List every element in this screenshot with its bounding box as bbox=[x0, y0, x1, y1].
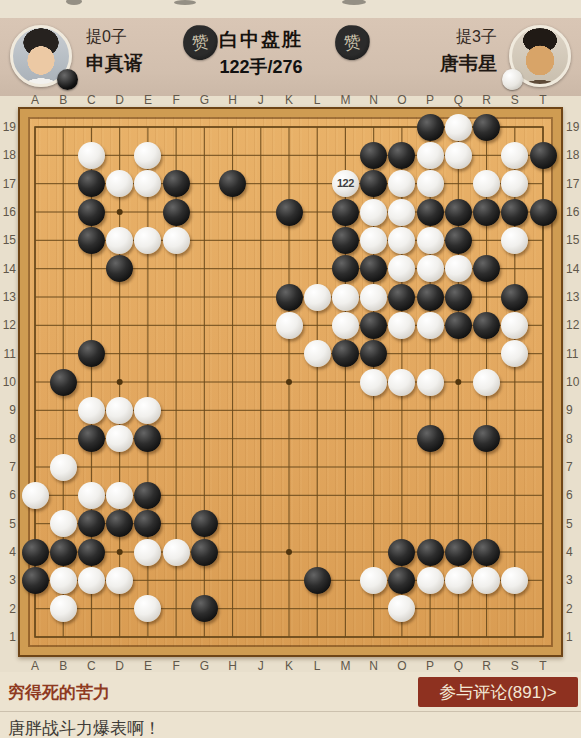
stone-black bbox=[501, 199, 528, 226]
row-label: 6 bbox=[0, 488, 16, 502]
game-result: 白中盘胜 bbox=[200, 27, 322, 53]
stone-white bbox=[78, 482, 105, 509]
stone-black bbox=[445, 199, 472, 226]
row-label: 1 bbox=[0, 630, 16, 644]
star-point bbox=[117, 209, 123, 215]
column-label: T bbox=[535, 93, 551, 107]
column-label: D bbox=[112, 659, 128, 673]
stone-white bbox=[134, 397, 161, 424]
column-label: C bbox=[83, 659, 99, 673]
stone-black bbox=[78, 425, 105, 452]
match-header: 提0子 申真谞 赞 白中盘胜 122手/276 赞 提3子 唐韦星 bbox=[0, 18, 581, 97]
column-label: T bbox=[535, 659, 551, 673]
star-point bbox=[117, 549, 123, 555]
footer-bar: 穷得死的苦力 参与评论(891)> 唐胖战斗力爆表啊！ bbox=[0, 672, 581, 738]
column-label: E bbox=[140, 659, 156, 673]
stone-black bbox=[191, 510, 218, 537]
column-label: O bbox=[394, 659, 410, 673]
stone-black bbox=[530, 142, 557, 169]
stone-black bbox=[360, 142, 387, 169]
stone-black bbox=[445, 312, 472, 339]
game-info: 白中盘胜 122手/276 bbox=[200, 18, 322, 96]
stone-white bbox=[163, 539, 190, 566]
stone-white bbox=[360, 284, 387, 311]
stone-black bbox=[191, 595, 218, 622]
column-label: S bbox=[507, 659, 523, 673]
cutoff-mark bbox=[66, 0, 82, 5]
stone-black bbox=[78, 199, 105, 226]
stone-white bbox=[304, 340, 331, 367]
stone-white bbox=[360, 199, 387, 226]
stone-black bbox=[360, 312, 387, 339]
stone-black bbox=[276, 284, 303, 311]
stone-black bbox=[417, 539, 444, 566]
row-label: 5 bbox=[566, 517, 581, 531]
stone-black bbox=[332, 255, 359, 282]
stone-white bbox=[78, 567, 105, 594]
row-label: 12 bbox=[566, 318, 581, 332]
row-label: 10 bbox=[0, 375, 16, 389]
stone-black bbox=[445, 284, 472, 311]
stone-white bbox=[501, 142, 528, 169]
column-label: M bbox=[337, 659, 353, 673]
row-label: 15 bbox=[0, 233, 16, 247]
stone-black bbox=[22, 539, 49, 566]
divider bbox=[0, 711, 581, 712]
stone-black bbox=[388, 567, 415, 594]
stone-white bbox=[360, 369, 387, 396]
row-label: 18 bbox=[0, 148, 16, 162]
column-label: N bbox=[366, 93, 382, 107]
row-label: 4 bbox=[0, 545, 16, 559]
row-label: 6 bbox=[566, 488, 581, 502]
column-label: B bbox=[55, 659, 71, 673]
stone-black bbox=[417, 284, 444, 311]
column-label: A bbox=[27, 659, 43, 673]
stone-white bbox=[332, 312, 359, 339]
stone-white bbox=[388, 227, 415, 254]
star-point bbox=[286, 379, 292, 385]
column-label: R bbox=[479, 659, 495, 673]
stone-white bbox=[417, 142, 444, 169]
row-label: 14 bbox=[0, 262, 16, 276]
column-label: Q bbox=[450, 659, 466, 673]
column-label: P bbox=[422, 93, 438, 107]
row-label: 16 bbox=[566, 205, 581, 219]
stone-white bbox=[106, 397, 133, 424]
row-label: 9 bbox=[0, 403, 16, 417]
stone-black bbox=[501, 284, 528, 311]
stone-white bbox=[360, 567, 387, 594]
row-label: 16 bbox=[0, 205, 16, 219]
stone-white bbox=[445, 142, 472, 169]
like-stamp-right[interactable]: 赞 bbox=[333, 23, 373, 63]
stone-white bbox=[445, 567, 472, 594]
column-label: E bbox=[140, 93, 156, 107]
stone-black bbox=[332, 199, 359, 226]
stone-black bbox=[332, 340, 359, 367]
column-label: P bbox=[422, 659, 438, 673]
column-label: C bbox=[83, 93, 99, 107]
stone-black bbox=[417, 114, 444, 141]
column-label: J bbox=[253, 93, 269, 107]
stone-white bbox=[360, 227, 387, 254]
row-label: 17 bbox=[566, 177, 581, 191]
go-board-area: AABBCCDDEEFFGGHHJJKKLLMMNNOOPPQQRRSSTT19… bbox=[0, 96, 581, 672]
column-label: O bbox=[394, 93, 410, 107]
caption-text: 穷得死的苦力 bbox=[8, 681, 110, 704]
row-label: 4 bbox=[566, 545, 581, 559]
stone-white bbox=[417, 255, 444, 282]
stone-white bbox=[388, 312, 415, 339]
stone-black bbox=[473, 114, 500, 141]
cutoff-mark bbox=[174, 0, 196, 5]
column-label: Q bbox=[450, 93, 466, 107]
column-label: S bbox=[507, 93, 523, 107]
row-label: 3 bbox=[566, 573, 581, 587]
stone-black bbox=[78, 539, 105, 566]
stone-white bbox=[134, 142, 161, 169]
column-label: L bbox=[309, 659, 325, 673]
row-label: 9 bbox=[566, 403, 581, 417]
column-label: B bbox=[55, 93, 71, 107]
stone-black bbox=[78, 227, 105, 254]
stone-black bbox=[134, 482, 161, 509]
stone-black bbox=[22, 567, 49, 594]
column-label: F bbox=[168, 93, 184, 107]
stone-white bbox=[22, 482, 49, 509]
stone-black bbox=[163, 170, 190, 197]
stone-black bbox=[388, 284, 415, 311]
stone-black bbox=[445, 227, 472, 254]
star-point bbox=[455, 379, 461, 385]
stone-white bbox=[106, 227, 133, 254]
row-label: 17 bbox=[0, 177, 16, 191]
stone-white bbox=[473, 369, 500, 396]
stone-black bbox=[417, 199, 444, 226]
stone-white bbox=[106, 567, 133, 594]
stone-black bbox=[78, 340, 105, 367]
stone-white bbox=[417, 312, 444, 339]
move-number-label: 122 bbox=[332, 170, 359, 197]
stone-white bbox=[304, 284, 331, 311]
row-label: 12 bbox=[0, 318, 16, 332]
stone-black bbox=[50, 369, 77, 396]
stone-white bbox=[50, 510, 77, 537]
column-label: G bbox=[196, 93, 212, 107]
stone-white bbox=[388, 369, 415, 396]
stone-white bbox=[50, 567, 77, 594]
row-label: 2 bbox=[0, 602, 16, 616]
stone-black bbox=[304, 567, 331, 594]
column-label: A bbox=[27, 93, 43, 107]
stone-white bbox=[163, 227, 190, 254]
row-label: 5 bbox=[0, 517, 16, 531]
stone-black bbox=[50, 539, 77, 566]
white-stone-badge bbox=[502, 69, 523, 90]
stone-black bbox=[78, 510, 105, 537]
like-stamp-icon: 赞 bbox=[342, 30, 362, 55]
stone-white bbox=[78, 397, 105, 424]
stone-black bbox=[473, 539, 500, 566]
row-label: 8 bbox=[566, 432, 581, 446]
stone-white bbox=[501, 227, 528, 254]
column-label: F bbox=[168, 659, 184, 673]
stone-white bbox=[276, 312, 303, 339]
stone-black bbox=[388, 142, 415, 169]
column-label: H bbox=[225, 659, 241, 673]
black-captures-label: 提0子 bbox=[86, 27, 127, 48]
black-stone-badge bbox=[57, 69, 78, 90]
row-label: 1 bbox=[566, 630, 581, 644]
stone-black bbox=[78, 170, 105, 197]
stone-black bbox=[276, 199, 303, 226]
cutoff-mark bbox=[342, 0, 366, 5]
stone-black bbox=[530, 199, 557, 226]
column-label: M bbox=[337, 93, 353, 107]
black-player-name: 申真谞 bbox=[86, 51, 143, 77]
column-label: J bbox=[253, 659, 269, 673]
stone-black bbox=[332, 227, 359, 254]
row-label: 15 bbox=[566, 233, 581, 247]
stone-black bbox=[473, 312, 500, 339]
stone-white bbox=[501, 567, 528, 594]
join-comments-button[interactable]: 参与评论(891)> bbox=[418, 677, 578, 707]
top-strip bbox=[0, 0, 581, 18]
star-point bbox=[117, 379, 123, 385]
stone-white bbox=[445, 114, 472, 141]
column-label: K bbox=[281, 659, 297, 673]
column-label: K bbox=[281, 93, 297, 107]
stone-white bbox=[50, 595, 77, 622]
stone-white bbox=[445, 255, 472, 282]
column-label: G bbox=[196, 659, 212, 673]
row-label: 10 bbox=[566, 375, 581, 389]
row-label: 7 bbox=[566, 460, 581, 474]
row-label: 14 bbox=[566, 262, 581, 276]
stone-white bbox=[501, 312, 528, 339]
white-player-name: 唐韦星 bbox=[440, 51, 497, 77]
comment-text: 唐胖战斗力爆表啊！ bbox=[8, 717, 161, 738]
row-label: 19 bbox=[566, 120, 581, 134]
column-label: R bbox=[479, 93, 495, 107]
row-label: 11 bbox=[0, 347, 16, 361]
row-label: 2 bbox=[566, 602, 581, 616]
star-point bbox=[286, 549, 292, 555]
stone-black bbox=[417, 425, 444, 452]
row-label: 3 bbox=[0, 573, 16, 587]
stone-white bbox=[417, 567, 444, 594]
stone-white bbox=[134, 227, 161, 254]
stone-black bbox=[388, 539, 415, 566]
column-label: N bbox=[366, 659, 382, 673]
column-label: D bbox=[112, 93, 128, 107]
move-counter: 122手/276 bbox=[200, 55, 322, 79]
stone-white bbox=[134, 539, 161, 566]
stone-black bbox=[163, 199, 190, 226]
stone-white bbox=[332, 284, 359, 311]
stone-white bbox=[388, 199, 415, 226]
stone-black bbox=[191, 539, 218, 566]
stone-white bbox=[78, 142, 105, 169]
stone-white bbox=[417, 227, 444, 254]
column-label: H bbox=[225, 93, 241, 107]
stone-white bbox=[50, 454, 77, 481]
stone-white bbox=[417, 369, 444, 396]
row-label: 13 bbox=[566, 290, 581, 304]
stone-white bbox=[106, 482, 133, 509]
stone-black bbox=[445, 539, 472, 566]
row-label: 19 bbox=[0, 120, 16, 134]
stone-white: 122 bbox=[332, 170, 359, 197]
white-captures-label: 提3子 bbox=[456, 27, 497, 48]
row-label: 8 bbox=[0, 432, 16, 446]
column-label: L bbox=[309, 93, 325, 107]
stone-black bbox=[473, 199, 500, 226]
row-label: 18 bbox=[566, 148, 581, 162]
row-label: 13 bbox=[0, 290, 16, 304]
row-label: 7 bbox=[0, 460, 16, 474]
row-label: 11 bbox=[566, 347, 581, 361]
stone-white bbox=[417, 170, 444, 197]
stone-white bbox=[473, 567, 500, 594]
